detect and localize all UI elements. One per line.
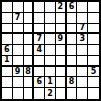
cell-r5c7-empty[interactable] <box>67 45 78 56</box>
cell-r7c4-empty[interactable] <box>34 67 45 78</box>
cell-r9c6-empty[interactable] <box>56 88 67 99</box>
cell-r5c6-empty[interactable] <box>56 45 67 56</box>
cell-r3c5-empty[interactable] <box>45 24 56 35</box>
cell-r2c4-empty[interactable] <box>34 13 45 24</box>
cell-r6c7-empty[interactable] <box>67 56 78 67</box>
cell-r1c8-empty[interactable] <box>77 2 88 13</box>
cell-r6c9-empty[interactable] <box>88 56 99 67</box>
cell-r2c7-empty[interactable] <box>67 13 78 24</box>
cell-r2c2-given: 7 <box>13 13 24 24</box>
cell-r4c9-empty[interactable] <box>88 34 99 45</box>
cell-r7c6-empty[interactable] <box>56 67 67 78</box>
cell-r7c8-empty[interactable] <box>77 67 88 78</box>
cell-r6c1-given: 1 <box>2 56 13 67</box>
cell-r7c7-empty[interactable] <box>67 67 78 78</box>
cell-r6c8-empty[interactable] <box>77 56 88 67</box>
cell-r4c4-given: 7 <box>34 34 45 45</box>
cell-r8c6-empty[interactable] <box>56 77 67 88</box>
cell-r5c4-given: 4 <box>34 45 45 56</box>
cell-r1c4-empty[interactable] <box>34 2 45 13</box>
cell-r4c5-empty[interactable] <box>45 34 56 45</box>
cell-r3c1-empty[interactable] <box>2 24 13 35</box>
cell-r9c4-empty[interactable] <box>34 88 45 99</box>
cell-r4c3-empty[interactable] <box>24 34 35 45</box>
cell-r6c3-empty[interactable] <box>24 56 35 67</box>
cell-r4c6-given: 9 <box>56 34 67 45</box>
cell-r8c9-empty[interactable] <box>88 77 99 88</box>
cell-r3c9-empty[interactable] <box>88 24 99 35</box>
cell-r8c2-empty[interactable] <box>13 77 24 88</box>
cell-r8c7-given: 8 <box>67 77 78 88</box>
cell-r8c4-given: 6 <box>34 77 45 88</box>
cell-r3c7-empty[interactable] <box>67 24 78 35</box>
cell-r6c5-empty[interactable] <box>45 56 56 67</box>
cell-r9c3-empty[interactable] <box>24 88 35 99</box>
cell-r7c9-given: 5 <box>88 67 99 78</box>
cell-r1c7-given: 6 <box>67 2 78 13</box>
cell-r8c8-empty[interactable] <box>77 77 88 88</box>
cell-r6c6-empty[interactable] <box>56 56 67 67</box>
cell-r3c8-given: 7 <box>77 24 88 35</box>
cell-r7c2-given: 9 <box>13 67 24 78</box>
cell-r9c8-empty[interactable] <box>77 88 88 99</box>
cell-r9c9-empty[interactable] <box>88 88 99 99</box>
cell-r5c5-empty[interactable] <box>45 45 56 56</box>
cell-r1c1-empty[interactable] <box>2 2 13 13</box>
cell-r1c5-empty[interactable] <box>45 2 56 13</box>
cell-r9c7-empty[interactable] <box>67 88 78 99</box>
cell-r1c9-empty[interactable] <box>88 2 99 13</box>
cell-r2c1-empty[interactable] <box>2 13 13 24</box>
sudoku-board: 26777936419856182 <box>0 0 101 101</box>
cell-r3c4-empty[interactable] <box>34 24 45 35</box>
cell-r2c3-empty[interactable] <box>24 13 35 24</box>
cell-r2c6-empty[interactable] <box>56 13 67 24</box>
cell-r3c2-empty[interactable] <box>13 24 24 35</box>
cell-r4c1-empty[interactable] <box>2 34 13 45</box>
cell-r2c8-empty[interactable] <box>77 13 88 24</box>
cell-r9c5-given: 2 <box>45 88 56 99</box>
cell-r5c9-empty[interactable] <box>88 45 99 56</box>
cell-r8c1-empty[interactable] <box>2 77 13 88</box>
cell-r7c1-empty[interactable] <box>2 67 13 78</box>
cell-r5c1-given: 6 <box>2 45 13 56</box>
cell-r8c3-empty[interactable] <box>24 77 35 88</box>
cell-r4c8-given: 3 <box>77 34 88 45</box>
cell-r4c2-empty[interactable] <box>13 34 24 45</box>
cell-r8c5-given: 1 <box>45 77 56 88</box>
cell-r3c6-empty[interactable] <box>56 24 67 35</box>
cell-r9c2-empty[interactable] <box>13 88 24 99</box>
cell-r5c2-empty[interactable] <box>13 45 24 56</box>
cell-r7c3-given: 8 <box>24 67 35 78</box>
cell-r1c3-empty[interactable] <box>24 2 35 13</box>
cell-r2c5-empty[interactable] <box>45 13 56 24</box>
cell-r9c1-empty[interactable] <box>2 88 13 99</box>
cell-r5c8-empty[interactable] <box>77 45 88 56</box>
cell-r7c5-empty[interactable] <box>45 67 56 78</box>
cell-r2c9-empty[interactable] <box>88 13 99 24</box>
cell-r6c2-empty[interactable] <box>13 56 24 67</box>
cell-r1c2-empty[interactable] <box>13 2 24 13</box>
cell-r5c3-empty[interactable] <box>24 45 35 56</box>
cell-r1c6-given: 2 <box>56 2 67 13</box>
cell-r3c3-empty[interactable] <box>24 24 35 35</box>
cell-r6c4-empty[interactable] <box>34 56 45 67</box>
cell-r4c7-empty[interactable] <box>67 34 78 45</box>
